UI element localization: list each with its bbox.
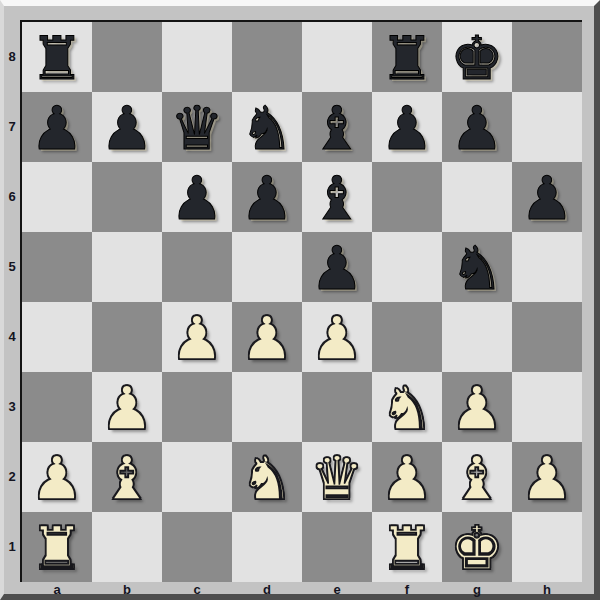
square-f6[interactable] xyxy=(372,162,442,232)
square-h7[interactable] xyxy=(512,92,582,162)
piece-white-pawn-g3[interactable]: ♟ xyxy=(442,372,512,442)
square-g4[interactable] xyxy=(442,302,512,372)
square-g3[interactable]: ♟ xyxy=(442,372,512,442)
piece-black-bishop-e6[interactable]: ♝ xyxy=(302,162,372,232)
piece-black-pawn-a7[interactable]: ♟ xyxy=(22,92,92,162)
piece-black-rook-a8[interactable]: ♜ xyxy=(22,22,92,92)
square-f5[interactable] xyxy=(372,232,442,302)
square-h5[interactable] xyxy=(512,232,582,302)
rank-label-2: 2 xyxy=(4,442,20,512)
piece-white-queen-e2[interactable]: ♛ xyxy=(302,442,372,512)
square-g5[interactable]: ♞ xyxy=(442,232,512,302)
rank-labels: 87654321 xyxy=(4,22,20,582)
square-g1[interactable]: ♚ xyxy=(442,512,512,582)
piece-white-pawn-h2[interactable]: ♟ xyxy=(512,442,582,512)
square-h3[interactable] xyxy=(512,372,582,442)
file-label-d: d xyxy=(232,582,302,600)
square-a3[interactable] xyxy=(22,372,92,442)
square-a5[interactable] xyxy=(22,232,92,302)
piece-black-pawn-h6[interactable]: ♟ xyxy=(512,162,582,232)
rank-label-5: 5 xyxy=(4,232,20,302)
rank-label-1: 1 xyxy=(4,512,20,582)
square-f1[interactable]: ♜ xyxy=(372,512,442,582)
square-b4[interactable] xyxy=(92,302,162,372)
piece-white-pawn-b3[interactable]: ♟ xyxy=(92,372,162,442)
square-d3[interactable] xyxy=(232,372,302,442)
piece-white-pawn-c4[interactable]: ♟ xyxy=(162,302,232,372)
square-g7[interactable]: ♟ xyxy=(442,92,512,162)
square-e3[interactable] xyxy=(302,372,372,442)
piece-black-king-g8[interactable]: ♚ xyxy=(442,22,512,92)
square-a6[interactable] xyxy=(22,162,92,232)
square-h2[interactable]: ♟ xyxy=(512,442,582,512)
piece-black-pawn-c6[interactable]: ♟ xyxy=(162,162,232,232)
square-f2[interactable]: ♟ xyxy=(372,442,442,512)
piece-black-pawn-b7[interactable]: ♟ xyxy=(92,92,162,162)
square-e5[interactable]: ♟ xyxy=(302,232,372,302)
piece-white-pawn-a2[interactable]: ♟ xyxy=(22,442,92,512)
piece-white-rook-f1[interactable]: ♜ xyxy=(372,512,442,582)
square-d4[interactable]: ♟ xyxy=(232,302,302,372)
square-e6[interactable]: ♝ xyxy=(302,162,372,232)
piece-white-rook-a1[interactable]: ♜ xyxy=(22,512,92,582)
square-f7[interactable]: ♟ xyxy=(372,92,442,162)
square-e4[interactable]: ♟ xyxy=(302,302,372,372)
square-a8[interactable]: ♜ xyxy=(22,22,92,92)
square-b8[interactable] xyxy=(92,22,162,92)
square-d6[interactable]: ♟ xyxy=(232,162,302,232)
square-c3[interactable] xyxy=(162,372,232,442)
piece-black-pawn-f7[interactable]: ♟ xyxy=(372,92,442,162)
piece-black-knight-d7[interactable]: ♞ xyxy=(232,92,302,162)
file-label-e: e xyxy=(302,582,372,600)
piece-white-king-g1[interactable]: ♚ xyxy=(442,512,512,582)
square-d5[interactable] xyxy=(232,232,302,302)
square-c4[interactable]: ♟ xyxy=(162,302,232,372)
piece-black-bishop-e7[interactable]: ♝ xyxy=(302,92,372,162)
square-f8[interactable]: ♜ xyxy=(372,22,442,92)
file-label-c: c xyxy=(162,582,232,600)
piece-white-bishop-b2[interactable]: ♝ xyxy=(92,442,162,512)
square-g8[interactable]: ♚ xyxy=(442,22,512,92)
file-label-h: h xyxy=(512,582,582,600)
square-a1[interactable]: ♜ xyxy=(22,512,92,582)
square-c5[interactable] xyxy=(162,232,232,302)
square-b3[interactable]: ♟ xyxy=(92,372,162,442)
square-h1[interactable] xyxy=(512,512,582,582)
square-b1[interactable] xyxy=(92,512,162,582)
square-e8[interactable] xyxy=(302,22,372,92)
square-g2[interactable]: ♝ xyxy=(442,442,512,512)
square-a7[interactable]: ♟ xyxy=(22,92,92,162)
square-d2[interactable]: ♞ xyxy=(232,442,302,512)
piece-black-knight-g5[interactable]: ♞ xyxy=(442,232,512,302)
square-h4[interactable] xyxy=(512,302,582,372)
piece-white-pawn-e4[interactable]: ♟ xyxy=(302,302,372,372)
piece-black-pawn-e5[interactable]: ♟ xyxy=(302,232,372,302)
square-c1[interactable] xyxy=(162,512,232,582)
piece-white-pawn-f2[interactable]: ♟ xyxy=(372,442,442,512)
square-d1[interactable] xyxy=(232,512,302,582)
file-labels: abcdefgh xyxy=(22,582,582,600)
piece-black-queen-c7[interactable]: ♛ xyxy=(162,92,232,162)
square-f3[interactable]: ♞ xyxy=(372,372,442,442)
piece-white-knight-f3[interactable]: ♞ xyxy=(372,372,442,442)
square-a2[interactable]: ♟ xyxy=(22,442,92,512)
rank-label-3: 3 xyxy=(4,372,20,442)
square-e1[interactable] xyxy=(302,512,372,582)
square-b2[interactable]: ♝ xyxy=(92,442,162,512)
square-e2[interactable]: ♛ xyxy=(302,442,372,512)
square-b6[interactable] xyxy=(92,162,162,232)
square-c7[interactable]: ♛ xyxy=(162,92,232,162)
square-c2[interactable] xyxy=(162,442,232,512)
square-d8[interactable] xyxy=(232,22,302,92)
rank-label-8: 8 xyxy=(4,22,20,92)
file-label-f: f xyxy=(372,582,442,600)
square-d7[interactable]: ♞ xyxy=(232,92,302,162)
square-f4[interactable] xyxy=(372,302,442,372)
square-e7[interactable]: ♝ xyxy=(302,92,372,162)
square-h6[interactable]: ♟ xyxy=(512,162,582,232)
piece-white-bishop-g2[interactable]: ♝ xyxy=(442,442,512,512)
file-label-a: a xyxy=(22,582,92,600)
square-g6[interactable] xyxy=(442,162,512,232)
piece-black-pawn-d6[interactable]: ♟ xyxy=(232,162,302,232)
piece-black-pawn-g7[interactable]: ♟ xyxy=(442,92,512,162)
square-a4[interactable] xyxy=(22,302,92,372)
rank-label-4: 4 xyxy=(4,302,20,372)
square-b7[interactable]: ♟ xyxy=(92,92,162,162)
square-c8[interactable] xyxy=(162,22,232,92)
piece-black-rook-f8[interactable]: ♜ xyxy=(372,22,442,92)
rank-label-6: 6 xyxy=(4,162,20,232)
piece-white-knight-d2[interactable]: ♞ xyxy=(232,442,302,512)
square-b5[interactable] xyxy=(92,232,162,302)
rank-label-7: 7 xyxy=(4,92,20,162)
diagram-frame: 87654321 ♜♜♚♟♟♛♞♝♟♟♟♟♝♟♟♞♟♟♟♟♞♟♟♝♞♛♟♝♟♜♜… xyxy=(0,0,600,600)
chess-board[interactable]: ♜♜♚♟♟♛♞♝♟♟♟♟♝♟♟♞♟♟♟♟♞♟♟♝♞♛♟♝♟♜♜♚ xyxy=(20,20,582,582)
square-c6[interactable]: ♟ xyxy=(162,162,232,232)
piece-white-pawn-d4[interactable]: ♟ xyxy=(232,302,302,372)
square-h8[interactable] xyxy=(512,22,582,92)
file-label-g: g xyxy=(442,582,512,600)
file-label-b: b xyxy=(92,582,162,600)
